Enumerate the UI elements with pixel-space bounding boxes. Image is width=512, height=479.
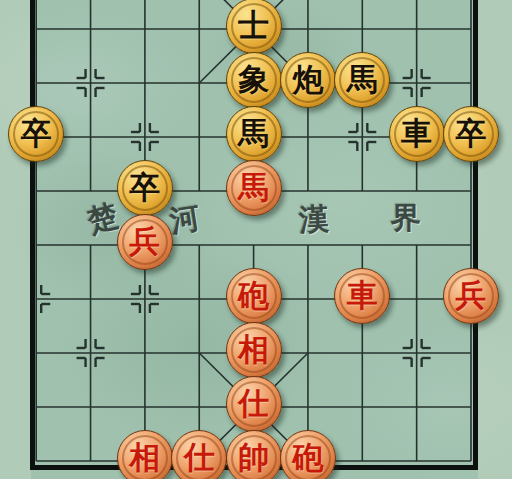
piece-red-advisor[interactable]: 仕 — [226, 376, 282, 432]
piece-glyph: 仕 — [238, 388, 269, 419]
piece-black-chariot[interactable]: 車 — [389, 106, 445, 162]
pieces-layer: 士象炮馬卒馬車卒卒馬兵砲車兵相仕相仕帥砲 — [9, 0, 498, 479]
piece-red-general[interactable]: 帥 — [226, 430, 282, 479]
piece-glyph: 砲 — [238, 280, 269, 311]
piece-red-chariot[interactable]: 車 — [334, 268, 390, 324]
piece-red-soldier[interactable]: 兵 — [117, 214, 173, 270]
piece-glyph: 帥 — [238, 442, 269, 473]
piece-red-cannon[interactable]: 砲 — [226, 268, 282, 324]
piece-glyph: 卒 — [21, 118, 52, 149]
piece-glyph: 士 — [238, 10, 269, 41]
piece-glyph: 兵 — [455, 280, 486, 311]
page-background: { "game": "xiangqi (Chinese chess)", "po… — [0, 0, 512, 479]
piece-red-cannon[interactable]: 砲 — [280, 430, 336, 479]
piece-black-horse[interactable]: 馬 — [226, 106, 282, 162]
piece-glyph: 砲 — [292, 442, 323, 473]
piece-glyph: 卒 — [129, 172, 160, 203]
piece-glyph: 炮 — [292, 64, 323, 95]
piece-black-elephant[interactable]: 象 — [226, 52, 282, 108]
piece-black-soldier[interactable]: 卒 — [8, 106, 64, 162]
piece-black-advisor[interactable]: 士 — [226, 0, 282, 54]
piece-glyph: 象 — [238, 64, 269, 95]
piece-glyph: 車 — [347, 280, 378, 311]
piece-glyph: 車 — [401, 118, 432, 149]
piece-black-soldier[interactable]: 卒 — [117, 160, 173, 216]
piece-glyph: 相 — [238, 334, 269, 365]
piece-glyph: 馬 — [238, 118, 269, 149]
piece-glyph: 仕 — [184, 442, 215, 473]
piece-glyph: 兵 — [129, 226, 160, 257]
piece-red-advisor[interactable]: 仕 — [171, 430, 227, 479]
piece-black-cannon[interactable]: 炮 — [280, 52, 336, 108]
piece-glyph: 馬 — [347, 64, 378, 95]
piece-black-horse[interactable]: 馬 — [334, 52, 390, 108]
piece-glyph: 卒 — [455, 118, 486, 149]
piece-red-elephant[interactable]: 相 — [117, 430, 173, 479]
piece-red-elephant[interactable]: 相 — [226, 322, 282, 378]
piece-red-horse[interactable]: 馬 — [226, 160, 282, 216]
piece-glyph: 相 — [129, 442, 160, 473]
piece-black-soldier[interactable]: 卒 — [443, 106, 499, 162]
piece-glyph: 馬 — [238, 172, 269, 203]
piece-red-soldier[interactable]: 兵 — [443, 268, 499, 324]
